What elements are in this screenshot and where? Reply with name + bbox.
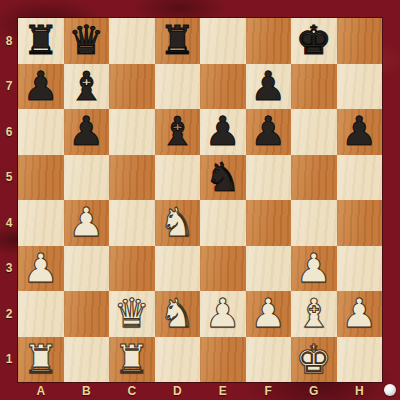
white-rook-a1[interactable]: ♜ bbox=[23, 337, 59, 383]
square-e2[interactable]: ♟ bbox=[200, 291, 246, 337]
black-pawn-f7[interactable]: ♟ bbox=[250, 64, 286, 110]
rank-label-1: 1 bbox=[0, 337, 18, 383]
square-c2[interactable]: ♛ bbox=[109, 291, 155, 337]
white-pawn-b4[interactable]: ♟ bbox=[68, 200, 104, 246]
white-bishop-g2[interactable]: ♝ bbox=[296, 291, 332, 337]
square-c5[interactable] bbox=[109, 155, 155, 201]
square-d3[interactable] bbox=[155, 246, 201, 292]
black-bishop-d6[interactable]: ♝ bbox=[159, 109, 195, 155]
square-g5[interactable] bbox=[291, 155, 337, 201]
square-e6[interactable]: ♟ bbox=[200, 109, 246, 155]
file-label-c: C bbox=[109, 382, 155, 400]
white-pawn-a3[interactable]: ♟ bbox=[23, 246, 59, 292]
square-f3[interactable] bbox=[246, 246, 292, 292]
square-d4[interactable]: ♞ bbox=[155, 200, 201, 246]
white-knight-d2[interactable]: ♞ bbox=[159, 291, 195, 337]
black-pawn-e6[interactable]: ♟ bbox=[205, 109, 241, 155]
square-b7[interactable]: ♝ bbox=[64, 64, 110, 110]
rank-label-8: 8 bbox=[0, 18, 18, 64]
square-e3[interactable] bbox=[200, 246, 246, 292]
square-a5[interactable] bbox=[18, 155, 64, 201]
square-f6[interactable]: ♟ bbox=[246, 109, 292, 155]
file-labels: ABCDEFGH bbox=[18, 382, 382, 400]
white-rook-c1[interactable]: ♜ bbox=[114, 337, 150, 383]
square-f7[interactable]: ♟ bbox=[246, 64, 292, 110]
square-c3[interactable] bbox=[109, 246, 155, 292]
square-a3[interactable]: ♟ bbox=[18, 246, 64, 292]
black-pawn-b6[interactable]: ♟ bbox=[68, 109, 104, 155]
square-h8[interactable] bbox=[337, 18, 383, 64]
square-b3[interactable] bbox=[64, 246, 110, 292]
square-a4[interactable] bbox=[18, 200, 64, 246]
rank-label-5: 5 bbox=[0, 155, 18, 201]
black-pawn-f6[interactable]: ♟ bbox=[250, 109, 286, 155]
square-e4[interactable] bbox=[200, 200, 246, 246]
square-d2[interactable]: ♞ bbox=[155, 291, 201, 337]
rank-label-3: 3 bbox=[0, 246, 18, 292]
square-h7[interactable] bbox=[337, 64, 383, 110]
square-g1[interactable]: ♚ bbox=[291, 337, 337, 383]
white-pawn-g3[interactable]: ♟ bbox=[296, 246, 332, 292]
square-c8[interactable] bbox=[109, 18, 155, 64]
square-g7[interactable] bbox=[291, 64, 337, 110]
square-h5[interactable] bbox=[337, 155, 383, 201]
square-a6[interactable] bbox=[18, 109, 64, 155]
square-a1[interactable]: ♜ bbox=[18, 337, 64, 383]
rank-label-2: 2 bbox=[0, 291, 18, 337]
square-b8[interactable]: ♛ bbox=[64, 18, 110, 64]
white-pawn-e2[interactable]: ♟ bbox=[205, 291, 241, 337]
file-label-h: H bbox=[337, 382, 383, 400]
square-h1[interactable] bbox=[337, 337, 383, 383]
square-c4[interactable] bbox=[109, 200, 155, 246]
black-knight-e5[interactable]: ♞ bbox=[205, 155, 241, 201]
white-queen-c2[interactable]: ♛ bbox=[114, 291, 150, 337]
rank-label-7: 7 bbox=[0, 64, 18, 110]
square-b4[interactable]: ♟ bbox=[64, 200, 110, 246]
black-pawn-a7[interactable]: ♟ bbox=[23, 64, 59, 110]
black-king-g8[interactable]: ♚ bbox=[296, 18, 332, 64]
square-f1[interactable] bbox=[246, 337, 292, 383]
square-d7[interactable] bbox=[155, 64, 201, 110]
square-d1[interactable] bbox=[155, 337, 201, 383]
file-label-e: E bbox=[200, 382, 246, 400]
square-c7[interactable] bbox=[109, 64, 155, 110]
rank-labels: 87654321 bbox=[0, 18, 18, 382]
square-b1[interactable] bbox=[64, 337, 110, 383]
square-b5[interactable] bbox=[64, 155, 110, 201]
black-bishop-b7[interactable]: ♝ bbox=[68, 64, 104, 110]
square-g6[interactable] bbox=[291, 109, 337, 155]
square-d6[interactable]: ♝ bbox=[155, 109, 201, 155]
black-rook-a8[interactable]: ♜ bbox=[23, 18, 59, 64]
square-f4[interactable] bbox=[246, 200, 292, 246]
square-h6[interactable]: ♟ bbox=[337, 109, 383, 155]
square-h2[interactable]: ♟ bbox=[337, 291, 383, 337]
square-h3[interactable] bbox=[337, 246, 383, 292]
rank-label-4: 4 bbox=[0, 200, 18, 246]
square-e7[interactable] bbox=[200, 64, 246, 110]
rank-label-6: 6 bbox=[0, 109, 18, 155]
white-knight-d4[interactable]: ♞ bbox=[159, 200, 195, 246]
square-a8[interactable]: ♜ bbox=[18, 18, 64, 64]
file-label-b: B bbox=[64, 382, 110, 400]
square-h4[interactable] bbox=[337, 200, 383, 246]
black-rook-d8[interactable]: ♜ bbox=[159, 18, 195, 64]
white-pawn-f2[interactable]: ♟ bbox=[250, 291, 286, 337]
square-f5[interactable] bbox=[246, 155, 292, 201]
square-g4[interactable] bbox=[291, 200, 337, 246]
black-pawn-h6[interactable]: ♟ bbox=[341, 109, 377, 155]
square-e8[interactable] bbox=[200, 18, 246, 64]
square-b2[interactable] bbox=[64, 291, 110, 337]
board: ♜♛♜♚♟♝♟♟♝♟♟♟♞♟♞♟♟♛♞♟♟♝♟♜♜♚ bbox=[18, 18, 382, 382]
square-g8[interactable]: ♚ bbox=[291, 18, 337, 64]
square-c6[interactable] bbox=[109, 109, 155, 155]
square-c1[interactable]: ♜ bbox=[109, 337, 155, 383]
square-f8[interactable] bbox=[246, 18, 292, 64]
square-f2[interactable]: ♟ bbox=[246, 291, 292, 337]
square-a2[interactable] bbox=[18, 291, 64, 337]
square-g3[interactable]: ♟ bbox=[291, 246, 337, 292]
chess-board-frame: ♜♛♜♚♟♝♟♟♝♟♟♟♞♟♞♟♟♛♞♟♟♝♟♜♜♚ 87654321 ABCD… bbox=[0, 0, 400, 400]
file-label-g: G bbox=[291, 382, 337, 400]
square-a7[interactable]: ♟ bbox=[18, 64, 64, 110]
square-e1[interactable] bbox=[200, 337, 246, 383]
square-d8[interactable]: ♜ bbox=[155, 18, 201, 64]
file-label-d: D bbox=[155, 382, 201, 400]
file-label-a: A bbox=[18, 382, 64, 400]
square-g2[interactable]: ♝ bbox=[291, 291, 337, 337]
white-to-move-indicator bbox=[384, 384, 396, 396]
square-d5[interactable] bbox=[155, 155, 201, 201]
white-king-g1[interactable]: ♚ bbox=[296, 337, 332, 383]
black-queen-b8[interactable]: ♛ bbox=[68, 18, 104, 64]
white-pawn-h2[interactable]: ♟ bbox=[341, 291, 377, 337]
square-e5[interactable]: ♞ bbox=[200, 155, 246, 201]
file-label-f: F bbox=[246, 382, 292, 400]
square-b6[interactable]: ♟ bbox=[64, 109, 110, 155]
